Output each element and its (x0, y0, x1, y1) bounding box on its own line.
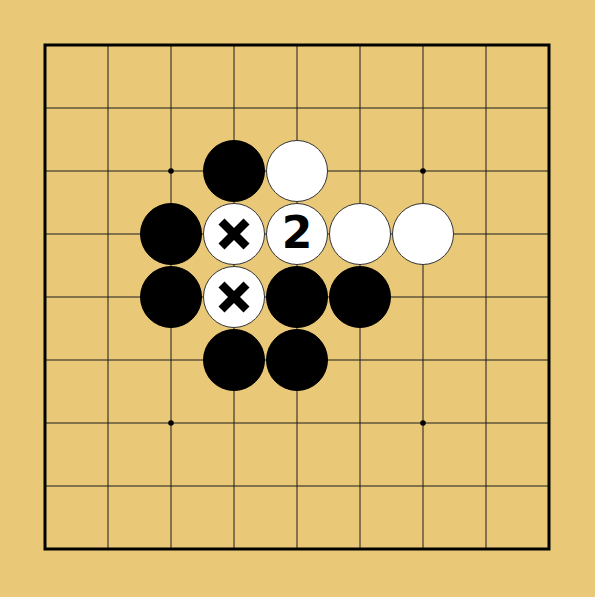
intersection-1-7[interactable] (77, 455, 140, 518)
intersection-2-6[interactable] (140, 392, 203, 455)
intersection-5-3[interactable] (329, 203, 392, 266)
intersection-7-3[interactable] (455, 203, 518, 266)
intersection-5-2[interactable] (329, 140, 392, 203)
move-number-label: 2 (282, 211, 313, 255)
intersection-4-1[interactable] (266, 77, 329, 140)
goban: 2 (14, 14, 581, 581)
intersection-5-4[interactable] (329, 266, 392, 329)
intersection-2-4[interactable] (140, 266, 203, 329)
cross-marker-icon (217, 217, 251, 251)
intersection-8-7[interactable] (518, 455, 581, 518)
black-stone (140, 266, 202, 328)
intersection-3-4[interactable] (203, 266, 266, 329)
intersection-6-6[interactable] (392, 392, 455, 455)
white-stone (266, 140, 328, 202)
intersection-6-4[interactable] (392, 266, 455, 329)
intersection-6-7[interactable] (392, 455, 455, 518)
intersection-6-3[interactable] (392, 203, 455, 266)
intersection-3-3[interactable] (203, 203, 266, 266)
intersection-1-5[interactable] (77, 329, 140, 392)
intersection-3-5[interactable] (203, 329, 266, 392)
intersection-7-0[interactable] (455, 14, 518, 77)
intersection-3-8[interactable] (203, 518, 266, 581)
intersection-4-7[interactable] (266, 455, 329, 518)
white-stone (203, 266, 265, 328)
intersection-5-1[interactable] (329, 77, 392, 140)
intersection-1-3[interactable] (77, 203, 140, 266)
white-stone (392, 203, 454, 265)
intersection-3-1[interactable] (203, 77, 266, 140)
intersection-0-1[interactable] (14, 77, 77, 140)
intersection-7-8[interactable] (455, 518, 518, 581)
cross-marker-icon (217, 280, 251, 314)
intersection-4-6[interactable] (266, 392, 329, 455)
intersection-1-0[interactable] (77, 14, 140, 77)
intersection-1-2[interactable] (77, 140, 140, 203)
intersection-7-5[interactable] (455, 329, 518, 392)
intersection-4-5[interactable] (266, 329, 329, 392)
black-stone (140, 203, 202, 265)
intersection-6-8[interactable] (392, 518, 455, 581)
intersection-7-6[interactable] (455, 392, 518, 455)
intersection-4-2[interactable] (266, 140, 329, 203)
intersection-3-7[interactable] (203, 455, 266, 518)
black-stone (266, 266, 328, 328)
intersection-0-7[interactable] (14, 455, 77, 518)
intersection-4-3[interactable]: 2 (266, 203, 329, 266)
intersection-3-6[interactable] (203, 392, 266, 455)
intersection-1-8[interactable] (77, 518, 140, 581)
intersection-3-2[interactable] (203, 140, 266, 203)
intersection-7-7[interactable] (455, 455, 518, 518)
intersection-4-8[interactable] (266, 518, 329, 581)
intersection-8-8[interactable] (518, 518, 581, 581)
intersection-5-0[interactable] (329, 14, 392, 77)
intersection-6-0[interactable] (392, 14, 455, 77)
intersection-6-5[interactable] (392, 329, 455, 392)
intersection-8-5[interactable] (518, 329, 581, 392)
intersection-6-1[interactable] (392, 77, 455, 140)
intersection-1-4[interactable] (77, 266, 140, 329)
intersection-5-7[interactable] (329, 455, 392, 518)
white-stone (329, 203, 391, 265)
intersection-5-8[interactable] (329, 518, 392, 581)
intersection-4-0[interactable] (266, 14, 329, 77)
intersection-8-2[interactable] (518, 140, 581, 203)
intersection-2-0[interactable] (140, 14, 203, 77)
intersection-1-1[interactable] (77, 77, 140, 140)
intersection-0-0[interactable] (14, 14, 77, 77)
intersection-8-0[interactable] (518, 14, 581, 77)
intersection-8-4[interactable] (518, 266, 581, 329)
intersection-2-2[interactable] (140, 140, 203, 203)
intersection-6-2[interactable] (392, 140, 455, 203)
intersection-5-6[interactable] (329, 392, 392, 455)
intersection-5-5[interactable] (329, 329, 392, 392)
intersection-4-4[interactable] (266, 266, 329, 329)
go-board-diagram: 2 (0, 0, 595, 597)
black-stone (266, 329, 328, 391)
intersection-0-8[interactable] (14, 518, 77, 581)
intersection-7-2[interactable] (455, 140, 518, 203)
intersection-0-6[interactable] (14, 392, 77, 455)
black-stone (329, 266, 391, 328)
intersection-7-4[interactable] (455, 266, 518, 329)
black-stone (203, 140, 265, 202)
intersection-2-8[interactable] (140, 518, 203, 581)
white-stone: 2 (266, 203, 328, 265)
intersection-8-6[interactable] (518, 392, 581, 455)
intersection-0-4[interactable] (14, 266, 77, 329)
intersection-8-1[interactable] (518, 77, 581, 140)
intersection-0-3[interactable] (14, 203, 77, 266)
intersection-1-6[interactable] (77, 392, 140, 455)
intersection-8-3[interactable] (518, 203, 581, 266)
white-stone (203, 203, 265, 265)
intersection-0-2[interactable] (14, 140, 77, 203)
intersection-2-7[interactable] (140, 455, 203, 518)
intersection-2-5[interactable] (140, 329, 203, 392)
intersection-3-0[interactable] (203, 14, 266, 77)
intersection-2-3[interactable] (140, 203, 203, 266)
intersection-0-5[interactable] (14, 329, 77, 392)
intersection-7-1[interactable] (455, 77, 518, 140)
black-stone (203, 329, 265, 391)
intersection-2-1[interactable] (140, 77, 203, 140)
